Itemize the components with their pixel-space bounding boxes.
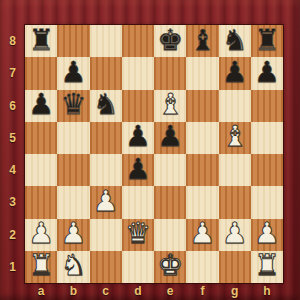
square-a5[interactable]: [25, 122, 57, 154]
white-pawn-icon: ♟: [93, 187, 119, 216]
square-d5[interactable]: ♟: [122, 122, 154, 154]
square-h7[interactable]: ♟: [251, 57, 283, 89]
square-e6[interactable]: ♝: [154, 90, 186, 122]
square-a8[interactable]: ♜: [25, 25, 57, 57]
square-d4[interactable]: ♟: [122, 154, 154, 186]
black-pawn-icon: ♟: [125, 122, 151, 151]
file-label-f: f: [186, 281, 218, 300]
black-queen-icon: ♛: [60, 90, 86, 119]
white-king-icon: ♚: [157, 251, 183, 280]
square-h2[interactable]: ♟: [251, 219, 283, 251]
chess-board: ♜♚♝♞♜♟♟♟♟♛♞♝♟♟♝♟♟♟♟♛♟♟♟♜♞♚♜: [25, 25, 283, 283]
black-pawn-icon: ♟: [28, 90, 54, 119]
square-g1[interactable]: [219, 251, 251, 283]
square-c3[interactable]: ♟: [90, 186, 122, 218]
square-g3[interactable]: [219, 186, 251, 218]
rank-label-1: 1: [0, 251, 25, 283]
square-d7[interactable]: [122, 57, 154, 89]
square-e5[interactable]: ♟: [154, 122, 186, 154]
white-queen-icon: ♛: [125, 219, 151, 248]
square-a4[interactable]: [25, 154, 57, 186]
square-g8[interactable]: ♞: [219, 25, 251, 57]
square-g2[interactable]: ♟: [219, 219, 251, 251]
white-rook-icon: ♜: [254, 251, 280, 280]
square-d1[interactable]: [122, 251, 154, 283]
square-c1[interactable]: [90, 251, 122, 283]
square-e8[interactable]: ♚: [154, 25, 186, 57]
square-f4[interactable]: [186, 154, 218, 186]
black-king-icon: ♚: [157, 26, 183, 55]
white-bishop-icon: ♝: [222, 122, 248, 151]
rank-label-5: 5: [0, 122, 25, 154]
white-pawn-icon: ♟: [189, 219, 215, 248]
rank-label-6: 6: [0, 90, 25, 122]
square-a7[interactable]: [25, 57, 57, 89]
square-a1[interactable]: ♜: [25, 251, 57, 283]
white-knight-icon: ♞: [60, 251, 86, 280]
square-h5[interactable]: [251, 122, 283, 154]
square-e7[interactable]: [154, 57, 186, 89]
white-pawn-icon: ♟: [222, 219, 248, 248]
square-g6[interactable]: [219, 90, 251, 122]
square-b7[interactable]: ♟: [57, 57, 89, 89]
square-d8[interactable]: [122, 25, 154, 57]
black-knight-icon: ♞: [93, 90, 119, 119]
square-b4[interactable]: [57, 154, 89, 186]
file-label-d: d: [122, 281, 154, 300]
chessboard-widget: 87654321 abcdefgh ♜♚♝♞♜♟♟♟♟♛♞♝♟♟♝♟♟♟♟♛♟♟…: [0, 0, 300, 300]
black-bishop-icon: ♝: [189, 26, 215, 55]
square-f1[interactable]: [186, 251, 218, 283]
square-e2[interactable]: [154, 219, 186, 251]
square-c7[interactable]: [90, 57, 122, 89]
square-b8[interactable]: [57, 25, 89, 57]
square-f7[interactable]: [186, 57, 218, 89]
square-g7[interactable]: ♟: [219, 57, 251, 89]
file-label-g: g: [219, 281, 251, 300]
square-c4[interactable]: [90, 154, 122, 186]
white-pawn-icon: ♟: [254, 219, 280, 248]
square-d2[interactable]: ♛: [122, 219, 154, 251]
square-a2[interactable]: ♟: [25, 219, 57, 251]
square-b2[interactable]: ♟: [57, 219, 89, 251]
rank-label-2: 2: [0, 219, 25, 251]
square-h6[interactable]: [251, 90, 283, 122]
square-f8[interactable]: ♝: [186, 25, 218, 57]
file-labels: abcdefgh: [25, 281, 283, 300]
square-a3[interactable]: [25, 186, 57, 218]
white-pawn-icon: ♟: [60, 219, 86, 248]
file-label-b: b: [57, 281, 89, 300]
black-pawn-icon: ♟: [222, 58, 248, 87]
square-c2[interactable]: [90, 219, 122, 251]
square-a6[interactable]: ♟: [25, 90, 57, 122]
square-e4[interactable]: [154, 154, 186, 186]
black-knight-icon: ♞: [222, 26, 248, 55]
black-pawn-icon: ♟: [125, 155, 151, 184]
rank-label-4: 4: [0, 154, 25, 186]
black-pawn-icon: ♟: [157, 122, 183, 151]
square-b6[interactable]: ♛: [57, 90, 89, 122]
square-c5[interactable]: [90, 122, 122, 154]
square-h8[interactable]: ♜: [251, 25, 283, 57]
white-rook-icon: ♜: [28, 251, 54, 280]
square-c8[interactable]: [90, 25, 122, 57]
square-d6[interactable]: [122, 90, 154, 122]
rank-label-8: 8: [0, 25, 25, 57]
square-h3[interactable]: [251, 186, 283, 218]
square-e1[interactable]: ♚: [154, 251, 186, 283]
file-label-h: h: [251, 281, 283, 300]
black-pawn-icon: ♟: [60, 58, 86, 87]
file-label-e: e: [154, 281, 186, 300]
black-pawn-icon: ♟: [254, 58, 280, 87]
white-pawn-icon: ♟: [28, 219, 54, 248]
square-f5[interactable]: [186, 122, 218, 154]
square-d3[interactable]: [122, 186, 154, 218]
square-b1[interactable]: ♞: [57, 251, 89, 283]
square-b3[interactable]: [57, 186, 89, 218]
square-h1[interactable]: ♜: [251, 251, 283, 283]
file-label-c: c: [90, 281, 122, 300]
file-label-a: a: [25, 281, 57, 300]
square-h4[interactable]: [251, 154, 283, 186]
rank-label-7: 7: [0, 57, 25, 89]
white-bishop-icon: ♝: [157, 90, 183, 119]
rank-label-3: 3: [0, 186, 25, 218]
square-g4[interactable]: [219, 154, 251, 186]
rank-labels: 87654321: [0, 25, 25, 283]
square-b5[interactable]: [57, 122, 89, 154]
black-rook-icon: ♜: [254, 26, 280, 55]
square-g5[interactable]: ♝: [219, 122, 251, 154]
square-f3[interactable]: [186, 186, 218, 218]
black-rook-icon: ♜: [28, 26, 54, 55]
square-f6[interactable]: [186, 90, 218, 122]
square-f2[interactable]: ♟: [186, 219, 218, 251]
square-c6[interactable]: ♞: [90, 90, 122, 122]
square-e3[interactable]: [154, 186, 186, 218]
